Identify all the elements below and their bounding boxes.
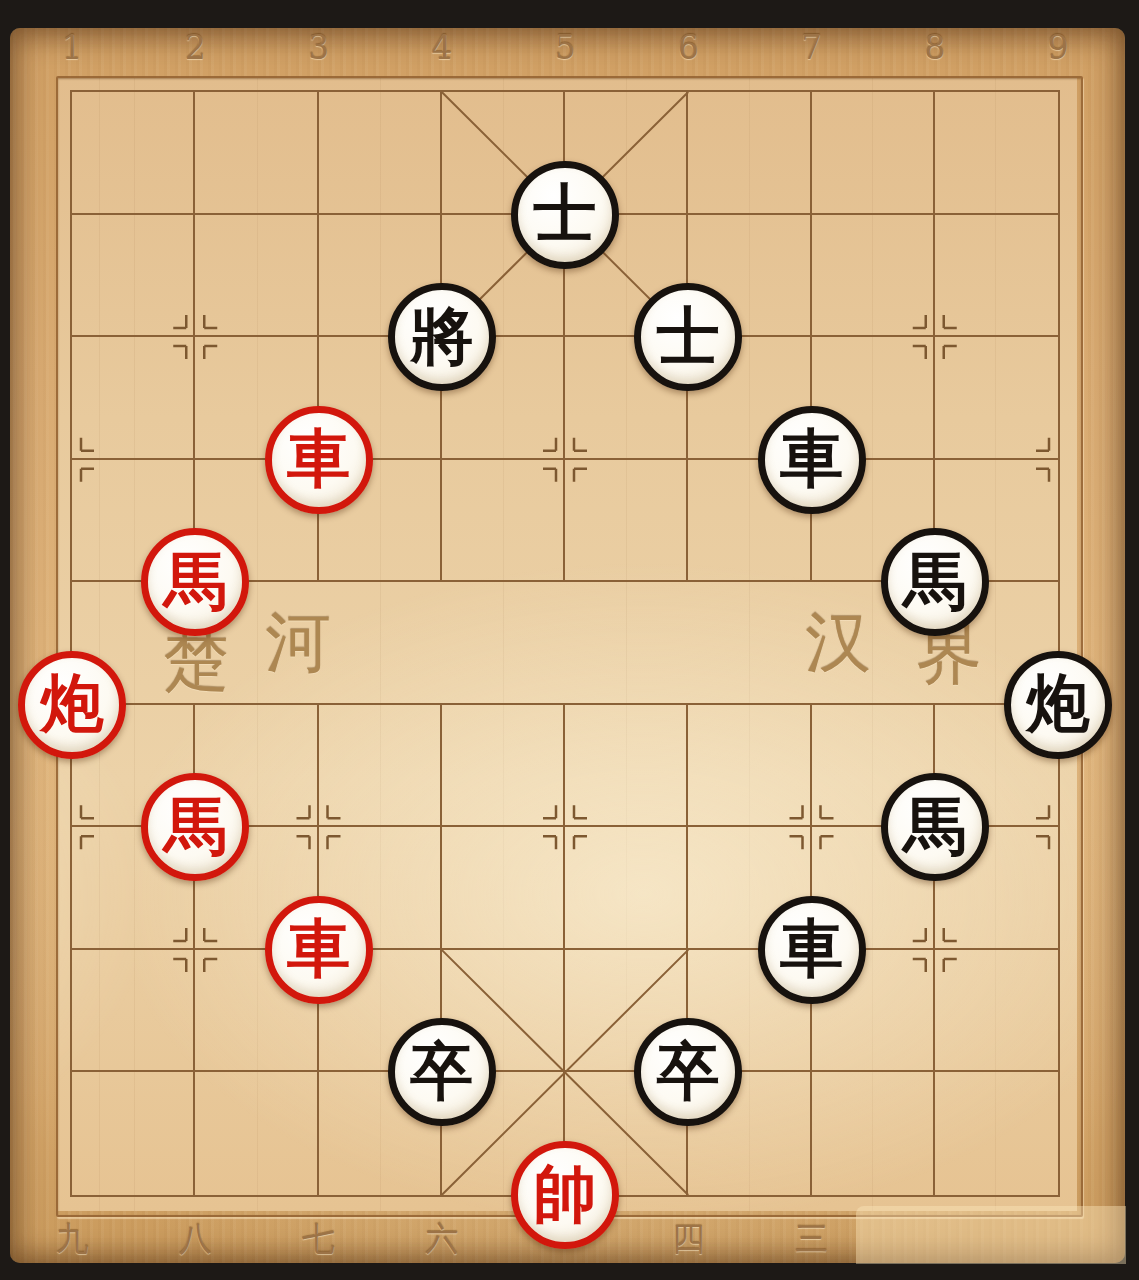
grid-cell — [195, 215, 318, 338]
piece-black-horse[interactable]: 馬 — [881, 773, 989, 881]
grid-cell — [319, 582, 442, 705]
grid-cell — [935, 950, 1058, 1073]
piece-glyph: 卒 — [410, 1040, 473, 1103]
piece-glyph: 炮 — [1027, 672, 1090, 735]
piece-glyph: 馬 — [164, 795, 227, 858]
bottom-file-label: 四 — [672, 1217, 705, 1262]
grid-cell — [935, 215, 1058, 338]
piece-black-advisor[interactable]: 士 — [634, 283, 742, 391]
piece-black-cannon[interactable]: 炮 — [1004, 651, 1112, 759]
grid-cell — [442, 827, 565, 950]
grid-cell — [72, 92, 195, 215]
river-character: 河 — [265, 598, 331, 688]
piece-black-chariot[interactable]: 車 — [758, 896, 866, 1004]
piece-black-chariot[interactable]: 車 — [758, 406, 866, 514]
top-file-label: 4 — [431, 28, 452, 67]
top-file-label: 6 — [678, 28, 699, 67]
xiangqi-app-screen: 123456789 九八七六四三 楚河汉界 士將士車車馬馬炮炮馬馬車車卒卒帥 — [0, 0, 1139, 1280]
grid-cell — [812, 1072, 935, 1195]
piece-glyph: 卒 — [657, 1040, 720, 1103]
top-file-label: 3 — [308, 28, 329, 67]
piece-glyph: 車 — [287, 427, 350, 490]
grid-cell — [565, 827, 688, 950]
top-file-label: 7 — [801, 28, 822, 67]
grid-cell — [442, 582, 565, 705]
piece-red-chariot[interactable]: 車 — [265, 406, 373, 514]
grid-cell — [195, 1072, 318, 1195]
grid-cell — [688, 705, 811, 828]
grid-cell — [442, 705, 565, 828]
piece-glyph: 將 — [410, 305, 473, 368]
grid-cell — [72, 950, 195, 1073]
piece-black-general[interactable]: 將 — [388, 283, 496, 391]
bottom-file-label: 七 — [302, 1217, 335, 1262]
piece-black-advisor[interactable]: 士 — [511, 161, 619, 269]
grid-cell — [935, 337, 1058, 460]
bottom-file-label: 八 — [179, 1217, 212, 1262]
bottom-file-label: 三 — [795, 1217, 828, 1262]
grid-cell — [565, 460, 688, 583]
grid-cell — [72, 1072, 195, 1195]
piece-glyph: 炮 — [41, 672, 104, 735]
bottom-file-label: 六 — [425, 1217, 458, 1262]
grid-cell — [565, 582, 688, 705]
grid-cell — [72, 215, 195, 338]
grid-cell — [812, 215, 935, 338]
grid-cell — [319, 92, 442, 215]
grid-cell — [688, 582, 811, 705]
top-file-label: 5 — [555, 28, 576, 67]
grid-cell — [319, 705, 442, 828]
top-file-label: 1 — [62, 28, 83, 67]
piece-red-horse[interactable]: 馬 — [141, 773, 249, 881]
piece-red-general[interactable]: 帥 — [511, 1141, 619, 1249]
grid-cell — [72, 337, 195, 460]
grid-cell — [935, 1072, 1058, 1195]
grid-cell — [935, 92, 1058, 215]
light-patch-overlay — [856, 1206, 1126, 1264]
piece-red-chariot[interactable]: 車 — [265, 896, 373, 1004]
bottom-file-label: 九 — [56, 1217, 89, 1262]
grid-cell — [442, 460, 565, 583]
grid-cell — [688, 92, 811, 215]
top-file-label: 9 — [1048, 28, 1069, 67]
piece-glyph: 車 — [780, 917, 843, 980]
piece-glyph: 士 — [657, 305, 720, 368]
piece-glyph: 車 — [287, 917, 350, 980]
piece-black-horse[interactable]: 馬 — [881, 528, 989, 636]
piece-glyph: 士 — [534, 182, 597, 245]
piece-red-cannon[interactable]: 炮 — [18, 651, 126, 759]
piece-red-horse[interactable]: 馬 — [141, 528, 249, 636]
piece-glyph: 馬 — [164, 550, 227, 613]
grid-cell — [812, 92, 935, 215]
piece-black-soldier[interactable]: 卒 — [388, 1018, 496, 1126]
piece-glyph: 馬 — [903, 795, 966, 858]
piece-glyph: 車 — [780, 427, 843, 490]
grid-cell — [195, 92, 318, 215]
river-character: 汉 — [805, 598, 871, 688]
top-file-label: 2 — [185, 28, 206, 67]
grid-cell — [565, 705, 688, 828]
piece-black-soldier[interactable]: 卒 — [634, 1018, 742, 1126]
piece-glyph: 馬 — [903, 550, 966, 613]
piece-glyph: 帥 — [534, 1163, 597, 1226]
top-file-label: 8 — [924, 28, 945, 67]
